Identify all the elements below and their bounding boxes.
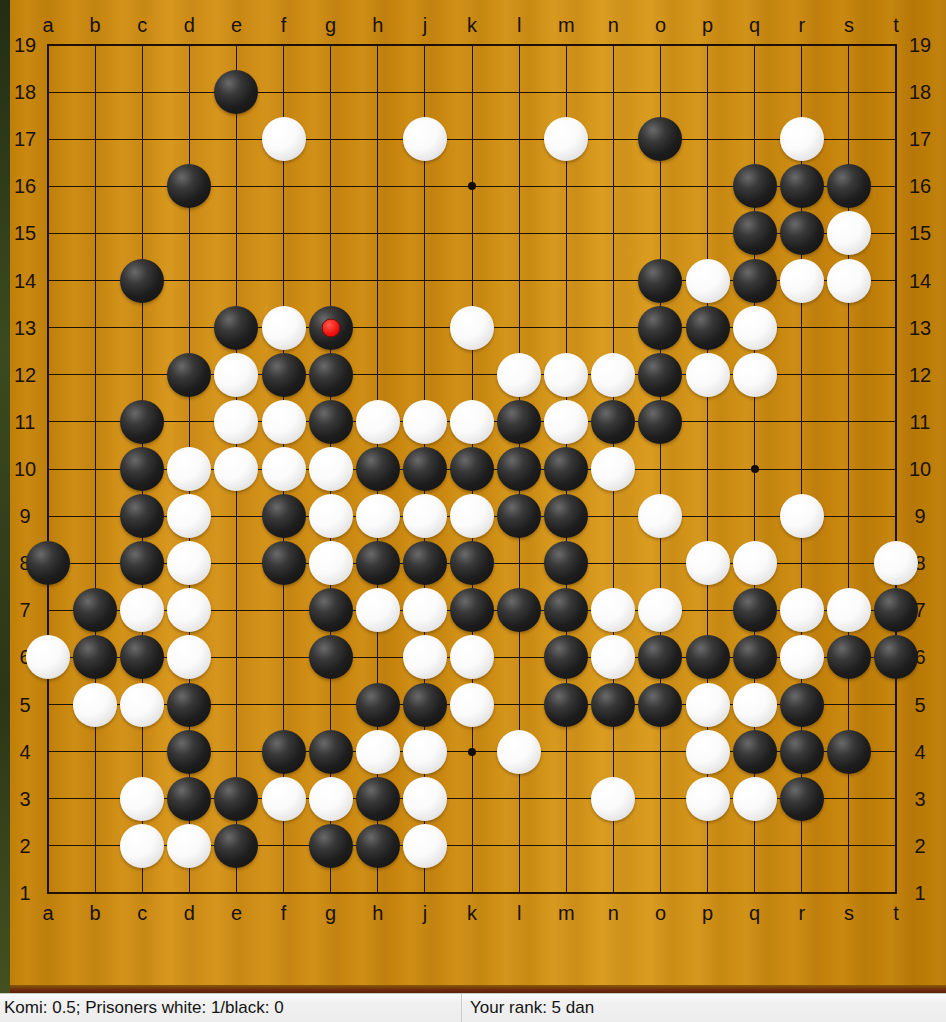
black-stone (638, 259, 682, 303)
column-label-top: r (798, 15, 805, 35)
black-stone (120, 494, 164, 538)
row-label-left: 3 (19, 789, 30, 809)
white-stone (497, 730, 541, 774)
white-stone (73, 683, 117, 727)
black-stone (544, 635, 588, 679)
black-stone (356, 683, 400, 727)
black-stone (120, 541, 164, 585)
white-stone (733, 683, 777, 727)
white-stone (356, 588, 400, 632)
white-stone (591, 777, 635, 821)
column-label-bottom: d (184, 903, 195, 923)
black-stone (780, 683, 824, 727)
white-stone (262, 777, 306, 821)
star-point (751, 465, 759, 473)
column-label-bottom: p (702, 903, 713, 923)
grid-line (895, 44, 897, 894)
status-bar: Komi: 0.5; Prisoners white: 1/black: 0 Y… (0, 993, 946, 1022)
white-stone (309, 777, 353, 821)
row-label-right: 11 (910, 412, 931, 432)
white-stone (733, 353, 777, 397)
column-label-bottom: k (467, 903, 477, 923)
column-label-bottom: a (42, 903, 53, 923)
black-stone (638, 353, 682, 397)
white-stone (309, 541, 353, 585)
column-label-top: c (137, 15, 147, 35)
black-stone (591, 683, 635, 727)
white-stone (403, 400, 447, 444)
column-label-top: o (655, 15, 666, 35)
white-stone (686, 683, 730, 727)
white-stone (356, 494, 400, 538)
white-stone (167, 541, 211, 585)
go-board[interactable]: aabbccddeeffgghhjjkkllmmnnooppqqrrsstt19… (0, 0, 946, 993)
white-stone (262, 117, 306, 161)
white-stone (780, 588, 824, 632)
white-stone (167, 447, 211, 491)
white-stone (403, 824, 447, 868)
column-label-top: g (325, 15, 336, 35)
black-stone (356, 824, 400, 868)
row-label-left: 16 (14, 176, 36, 196)
black-stone (638, 683, 682, 727)
column-label-bottom: r (798, 903, 805, 923)
black-stone (403, 447, 447, 491)
white-stone (26, 635, 70, 679)
star-point (468, 182, 476, 190)
black-stone (686, 635, 730, 679)
white-stone (780, 117, 824, 161)
black-stone (167, 164, 211, 208)
row-label-right: 2 (914, 836, 925, 856)
row-label-left: 2 (19, 836, 30, 856)
row-label-right: 14 (909, 271, 931, 291)
white-stone (686, 730, 730, 774)
black-stone (120, 259, 164, 303)
black-stone (403, 683, 447, 727)
black-stone (827, 635, 871, 679)
white-stone (827, 211, 871, 255)
black-stone (780, 211, 824, 255)
column-label-top: n (608, 15, 619, 35)
black-stone (262, 730, 306, 774)
black-stone (686, 306, 730, 350)
white-stone (214, 447, 258, 491)
white-stone (262, 447, 306, 491)
white-stone (262, 306, 306, 350)
black-stone (638, 635, 682, 679)
white-stone (450, 635, 494, 679)
white-stone (120, 683, 164, 727)
black-stone (309, 400, 353, 444)
black-stone (356, 777, 400, 821)
white-stone (780, 635, 824, 679)
column-label-bottom: e (231, 903, 242, 923)
white-stone (780, 259, 824, 303)
white-stone (638, 494, 682, 538)
white-stone (733, 541, 777, 585)
row-label-left: 15 (14, 223, 36, 243)
black-stone (120, 400, 164, 444)
row-label-left: 19 (14, 35, 36, 55)
column-label-top: f (281, 15, 287, 35)
row-label-right: 9 (914, 506, 925, 526)
row-label-right: 15 (909, 223, 931, 243)
black-stone (638, 306, 682, 350)
white-stone (733, 306, 777, 350)
white-stone (403, 777, 447, 821)
white-stone (827, 259, 871, 303)
row-label-left: 1 (19, 883, 30, 903)
status-rank: Your rank: 5 dan (470, 998, 594, 1018)
black-stone (450, 588, 494, 632)
white-stone (120, 824, 164, 868)
grid-line (47, 892, 897, 894)
column-label-top: q (749, 15, 760, 35)
white-stone (827, 588, 871, 632)
row-label-left: 10 (14, 459, 36, 479)
black-stone (214, 777, 258, 821)
black-stone (450, 541, 494, 585)
white-stone (403, 635, 447, 679)
black-stone (167, 353, 211, 397)
black-stone (356, 447, 400, 491)
black-stone (167, 777, 211, 821)
column-label-top: s (844, 15, 854, 35)
white-stone (544, 117, 588, 161)
black-stone (827, 730, 871, 774)
status-komi-prisoners: Komi: 0.5; Prisoners white: 1/black: 0 (4, 998, 284, 1018)
black-stone (120, 635, 164, 679)
white-stone (120, 588, 164, 632)
white-stone (309, 494, 353, 538)
row-label-left: 18 (14, 82, 36, 102)
black-stone (403, 541, 447, 585)
white-stone (214, 400, 258, 444)
row-label-left: 7 (19, 600, 30, 620)
column-label-top: e (231, 15, 242, 35)
black-stone (544, 447, 588, 491)
white-stone (591, 353, 635, 397)
white-stone (874, 541, 918, 585)
row-label-right: 3 (914, 789, 925, 809)
row-label-right: 12 (909, 365, 931, 385)
column-label-top: b (90, 15, 101, 35)
black-stone (544, 588, 588, 632)
black-stone (544, 541, 588, 585)
black-stone (733, 730, 777, 774)
white-stone (686, 777, 730, 821)
white-stone (309, 447, 353, 491)
column-label-top: t (893, 15, 899, 35)
black-stone (733, 635, 777, 679)
white-stone (686, 541, 730, 585)
black-stone (591, 400, 635, 444)
row-label-right: 17 (909, 129, 931, 149)
white-stone (780, 494, 824, 538)
white-stone (356, 400, 400, 444)
grid-line (660, 44, 661, 894)
white-stone (214, 353, 258, 397)
black-stone (214, 306, 258, 350)
white-stone (638, 588, 682, 632)
white-stone (591, 635, 635, 679)
column-label-top: a (42, 15, 53, 35)
column-label-bottom: j (423, 903, 427, 923)
column-label-top: l (517, 15, 521, 35)
white-stone (450, 683, 494, 727)
status-divider (461, 994, 462, 1022)
black-stone (73, 635, 117, 679)
column-label-bottom: m (558, 903, 575, 923)
black-stone (544, 494, 588, 538)
black-stone (780, 164, 824, 208)
black-stone (827, 164, 871, 208)
row-label-right: 4 (914, 742, 925, 762)
black-stone (309, 588, 353, 632)
column-label-bottom: l (517, 903, 521, 923)
white-stone (497, 353, 541, 397)
black-stone (309, 730, 353, 774)
white-stone (544, 353, 588, 397)
white-stone (733, 777, 777, 821)
black-stone (167, 683, 211, 727)
black-stone (874, 635, 918, 679)
row-label-left: 17 (14, 129, 36, 149)
star-point (468, 748, 476, 756)
black-stone (497, 494, 541, 538)
column-label-bottom: b (90, 903, 101, 923)
column-label-bottom: f (281, 903, 287, 923)
column-label-top: j (423, 15, 427, 35)
black-stone (120, 447, 164, 491)
row-label-left: 5 (19, 695, 30, 715)
last-move-marker (321, 318, 340, 337)
column-label-top: k (467, 15, 477, 35)
row-label-left: 9 (19, 506, 30, 526)
column-label-bottom: c (137, 903, 147, 923)
white-stone (120, 777, 164, 821)
column-label-bottom: o (655, 903, 666, 923)
row-label-right: 19 (909, 35, 931, 55)
black-stone (780, 730, 824, 774)
white-stone (450, 306, 494, 350)
row-label-right: 10 (909, 459, 931, 479)
white-stone (591, 588, 635, 632)
black-stone (167, 730, 211, 774)
white-stone (167, 635, 211, 679)
white-stone (403, 117, 447, 161)
row-label-left: 13 (14, 318, 36, 338)
column-label-top: d (184, 15, 195, 35)
black-stone (214, 824, 258, 868)
black-stone (544, 683, 588, 727)
white-stone (167, 824, 211, 868)
go-client-window: aabbccddeeffgghhjjkkllmmnnooppqqrrsstt19… (0, 0, 946, 1022)
black-stone (262, 494, 306, 538)
column-label-bottom: t (893, 903, 899, 923)
white-stone (450, 400, 494, 444)
white-stone (544, 400, 588, 444)
column-label-bottom: h (372, 903, 383, 923)
black-stone (262, 541, 306, 585)
white-stone (686, 259, 730, 303)
white-stone (450, 494, 494, 538)
white-stone (167, 588, 211, 632)
white-stone (167, 494, 211, 538)
black-stone (638, 400, 682, 444)
row-label-right: 5 (914, 695, 925, 715)
black-stone (214, 70, 258, 114)
column-label-top: h (372, 15, 383, 35)
black-stone (733, 211, 777, 255)
black-stone (309, 353, 353, 397)
black-stone (497, 447, 541, 491)
column-label-top: m (558, 15, 575, 35)
white-stone (262, 400, 306, 444)
white-stone (403, 494, 447, 538)
black-stone (309, 824, 353, 868)
black-stone (73, 588, 117, 632)
column-label-top: p (702, 15, 713, 35)
column-label-bottom: q (749, 903, 760, 923)
black-stone (497, 588, 541, 632)
column-label-bottom: n (608, 903, 619, 923)
black-stone (638, 117, 682, 161)
white-stone (403, 730, 447, 774)
row-label-left: 12 (14, 365, 36, 385)
row-label-right: 1 (914, 883, 925, 903)
white-stone (591, 447, 635, 491)
white-stone (686, 353, 730, 397)
white-stone (403, 588, 447, 632)
black-stone (733, 588, 777, 632)
black-stone (733, 164, 777, 208)
black-stone (450, 447, 494, 491)
column-label-bottom: s (844, 903, 854, 923)
black-stone (356, 541, 400, 585)
row-label-right: 13 (909, 318, 931, 338)
black-stone (874, 588, 918, 632)
black-stone (780, 777, 824, 821)
row-label-right: 16 (909, 176, 931, 196)
row-label-left: 4 (19, 742, 30, 762)
row-label-right: 18 (909, 82, 931, 102)
black-stone (309, 635, 353, 679)
black-stone (262, 353, 306, 397)
black-stone (733, 259, 777, 303)
white-stone (356, 730, 400, 774)
column-label-bottom: g (325, 903, 336, 923)
row-label-left: 14 (14, 271, 36, 291)
row-label-left: 11 (15, 412, 36, 432)
black-stone (26, 541, 70, 585)
black-stone (497, 400, 541, 444)
